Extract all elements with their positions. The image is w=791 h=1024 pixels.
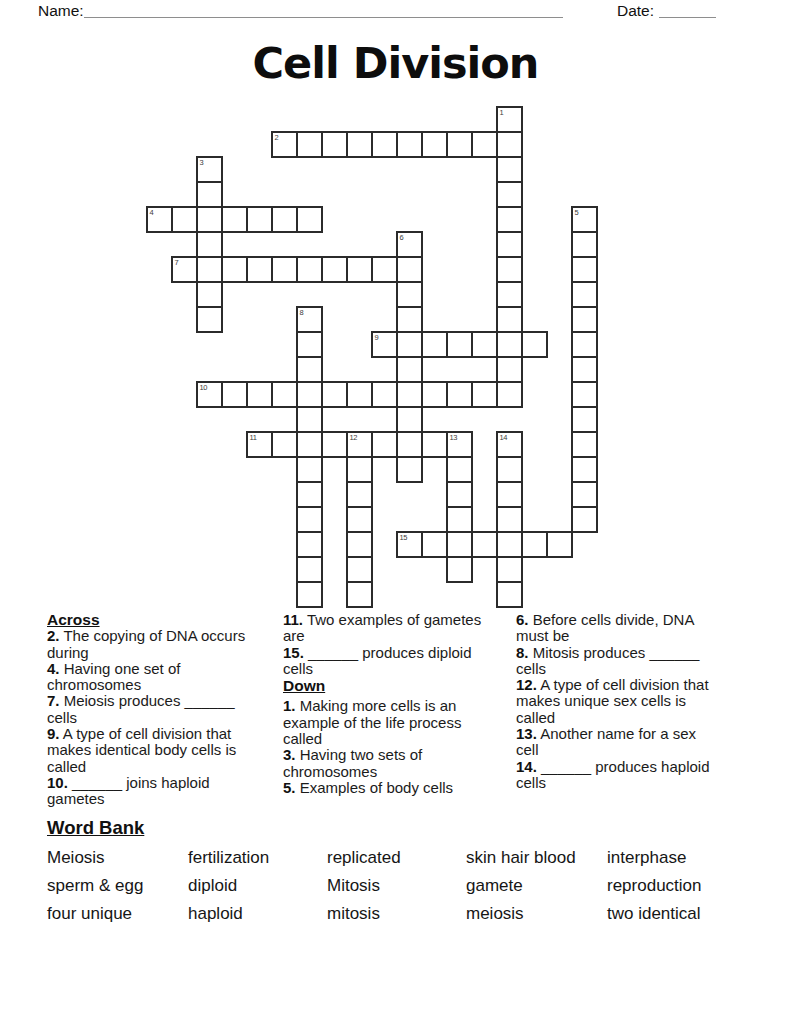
grid-cell[interactable] xyxy=(171,206,198,233)
grid-cell[interactable] xyxy=(446,481,473,508)
grid-cell[interactable] xyxy=(496,356,523,383)
grid-cell[interactable] xyxy=(521,531,548,558)
grid-cell[interactable] xyxy=(296,331,323,358)
grid-cell[interactable] xyxy=(571,231,598,258)
grid-cell[interactable] xyxy=(471,331,498,358)
grid-cell[interactable] xyxy=(571,481,598,508)
grid-cell[interactable] xyxy=(571,506,598,533)
grid-cell[interactable] xyxy=(321,431,348,458)
grid-cell[interactable] xyxy=(571,406,598,433)
grid-cell[interactable] xyxy=(546,531,573,558)
grid-cell[interactable]: 4 xyxy=(146,206,173,233)
cell-number: 12 xyxy=(350,433,358,442)
crossword-grid: 123456789101112131415 xyxy=(146,106,599,609)
grid-cell[interactable] xyxy=(296,381,323,408)
word-bank-item: skin hair blood xyxy=(466,844,607,872)
grid-cell[interactable]: 15 xyxy=(396,531,423,558)
grid-cell[interactable] xyxy=(371,381,398,408)
grid-cell[interactable] xyxy=(496,281,523,308)
grid-cell[interactable] xyxy=(571,306,598,333)
grid-cell[interactable] xyxy=(571,256,598,283)
name-line[interactable] xyxy=(84,17,563,18)
grid-cell[interactable] xyxy=(271,206,298,233)
grid-cell[interactable] xyxy=(496,381,523,408)
worksheet-page: Name: Date: Cell Division 12345678910111… xyxy=(0,0,791,1024)
grid-cell[interactable]: 13 xyxy=(446,431,473,458)
grid-cell[interactable] xyxy=(296,531,323,558)
clue-item: 14. ______ produces haploid cells xyxy=(516,759,720,792)
grid-cell[interactable] xyxy=(296,406,323,433)
grid-cell[interactable]: 8 xyxy=(296,306,323,333)
grid-cell[interactable] xyxy=(346,481,373,508)
cell-number: 6 xyxy=(400,233,404,242)
grid-cell[interactable] xyxy=(346,556,373,583)
grid-cell[interactable]: 1 xyxy=(496,106,523,133)
grid-cell[interactable]: 10 xyxy=(196,381,223,408)
clue-item: 11. Two examples of gametes are xyxy=(283,612,491,645)
word-bank-item: two identical xyxy=(607,900,757,928)
grid-cell[interactable] xyxy=(421,381,448,408)
grid-cell[interactable] xyxy=(371,131,398,158)
across-heading: Across xyxy=(47,612,257,628)
grid-cell[interactable] xyxy=(396,131,423,158)
grid-cell[interactable] xyxy=(521,331,548,358)
cell-number: 3 xyxy=(200,158,204,167)
grid-cell[interactable] xyxy=(496,456,523,483)
clue-item: 1. Making more cells is an example of th… xyxy=(283,698,491,747)
grid-cell[interactable] xyxy=(446,556,473,583)
cell-number: 15 xyxy=(400,533,408,542)
cell-number: 2 xyxy=(275,133,279,142)
word-bank-item: Meiosis xyxy=(47,844,188,872)
grid-cell[interactable] xyxy=(446,131,473,158)
grid-cell[interactable] xyxy=(271,256,298,283)
grid-cell[interactable] xyxy=(296,581,323,608)
cell-number: 7 xyxy=(175,258,179,267)
grid-cell[interactable] xyxy=(371,256,398,283)
grid-cell[interactable] xyxy=(571,431,598,458)
grid-cell[interactable] xyxy=(446,506,473,533)
word-bank-item: gamete xyxy=(466,872,607,900)
grid-cell[interactable] xyxy=(396,431,423,458)
grid-cell[interactable] xyxy=(296,206,323,233)
grid-cell[interactable] xyxy=(421,331,448,358)
grid-cell[interactable] xyxy=(221,381,248,408)
date-label: Date: xyxy=(617,2,654,20)
cell-number: 13 xyxy=(450,433,458,442)
clue-item: 4. Having one set of chromosomes xyxy=(47,661,257,694)
grid-cell[interactable] xyxy=(571,281,598,308)
clue-item: 10. ______ joins haploid gametes xyxy=(47,775,257,808)
grid-cell[interactable] xyxy=(221,256,248,283)
word-bank-item: sperm & egg xyxy=(47,872,188,900)
word-bank-heading: Word Bank xyxy=(47,817,144,839)
grid-cell[interactable] xyxy=(346,506,373,533)
grid-cell[interactable] xyxy=(496,156,523,183)
grid-cell[interactable] xyxy=(571,356,598,383)
clue-item: 15. ______ produces diploid cells xyxy=(283,645,491,678)
cell-number: 4 xyxy=(150,208,154,217)
grid-cell[interactable] xyxy=(196,231,223,258)
grid-cell[interactable] xyxy=(496,206,523,233)
grid-cell[interactable] xyxy=(396,256,423,283)
word-bank-item: interphase xyxy=(607,844,757,872)
grid-cell[interactable] xyxy=(396,356,423,383)
cell-number: 9 xyxy=(375,333,379,342)
grid-cell[interactable] xyxy=(346,581,373,608)
cell-number: 10 xyxy=(200,383,208,392)
grid-cell[interactable]: 9 xyxy=(371,331,398,358)
grid-cell[interactable] xyxy=(296,131,323,158)
clue-item: 3. Having two sets of chromosomes xyxy=(283,747,491,780)
word-bank-item: mitosis xyxy=(327,900,466,928)
name-label: Name: xyxy=(38,2,84,20)
grid-cell[interactable]: 12 xyxy=(346,431,373,458)
grid-cell[interactable] xyxy=(296,556,323,583)
word-bank-list: Meiosisfertilizationreplicatedskin hair … xyxy=(47,844,757,928)
clue-column-across: Across2. The copying of DNA occurs durin… xyxy=(47,612,257,808)
word-bank-item: four unique xyxy=(47,900,188,928)
grid-cell[interactable]: 3 xyxy=(196,156,223,183)
cell-number: 8 xyxy=(300,308,304,317)
grid-cell[interactable] xyxy=(246,381,273,408)
grid-cell[interactable] xyxy=(496,181,523,208)
grid-cell[interactable] xyxy=(496,531,523,558)
grid-cell[interactable] xyxy=(471,381,498,408)
grid-cell[interactable] xyxy=(321,256,348,283)
grid-cell[interactable]: 14 xyxy=(496,431,523,458)
grid-cell[interactable] xyxy=(571,456,598,483)
grid-cell[interactable] xyxy=(446,381,473,408)
grid-cell[interactable] xyxy=(571,331,598,358)
clue-item: 12. A type of cell division that makes u… xyxy=(516,677,720,726)
clue-column-middle: 11. Two examples of gametes are15. _____… xyxy=(283,612,491,796)
clue-item: 6. Before cells divide, DNA must be xyxy=(516,612,720,645)
grid-cell[interactable]: 5 xyxy=(571,206,598,233)
page-title: Cell Division xyxy=(0,38,791,88)
grid-cell[interactable] xyxy=(396,456,423,483)
grid-cell[interactable] xyxy=(246,256,273,283)
grid-cell[interactable] xyxy=(271,431,298,458)
word-bank-item: Mitosis xyxy=(327,872,466,900)
grid-cell[interactable] xyxy=(196,256,223,283)
cell-number: 1 xyxy=(500,108,504,117)
word-bank-item: diploid xyxy=(188,872,327,900)
grid-cell[interactable] xyxy=(396,406,423,433)
grid-cell[interactable] xyxy=(296,431,323,458)
grid-cell[interactable] xyxy=(296,256,323,283)
grid-cell[interactable] xyxy=(396,306,423,333)
grid-cell[interactable] xyxy=(196,206,223,233)
grid-cell[interactable] xyxy=(421,431,448,458)
grid-cell[interactable]: 7 xyxy=(171,256,198,283)
grid-cell[interactable] xyxy=(471,131,498,158)
cell-number: 11 xyxy=(250,433,257,442)
word-bank-item: replicated xyxy=(327,844,466,872)
grid-cell[interactable] xyxy=(446,331,473,358)
word-bank-item: reproduction xyxy=(607,872,757,900)
grid-cell[interactable] xyxy=(346,131,373,158)
grid-cell[interactable] xyxy=(421,531,448,558)
grid-cell[interactable] xyxy=(346,531,373,558)
grid-cell[interactable] xyxy=(221,206,248,233)
grid-cell[interactable] xyxy=(471,531,498,558)
grid-cell[interactable] xyxy=(346,381,373,408)
grid-cell[interactable] xyxy=(346,456,373,483)
word-bank-item: meiosis xyxy=(466,900,607,928)
grid-cell[interactable]: 6 xyxy=(396,231,423,258)
grid-cell[interactable] xyxy=(496,256,523,283)
grid-cell[interactable] xyxy=(196,281,223,308)
grid-cell[interactable] xyxy=(571,381,598,408)
grid-cell[interactable] xyxy=(246,206,273,233)
word-bank-item: fertilization xyxy=(188,844,327,872)
grid-cell[interactable] xyxy=(496,231,523,258)
date-line[interactable] xyxy=(659,17,716,18)
grid-cell[interactable] xyxy=(496,506,523,533)
grid-cell[interactable] xyxy=(446,456,473,483)
grid-cell[interactable] xyxy=(421,131,448,158)
clue-item: 7. Meiosis produces ______ cells xyxy=(47,693,257,726)
grid-cell[interactable] xyxy=(296,506,323,533)
grid-cell[interactable] xyxy=(496,556,523,583)
grid-cell[interactable] xyxy=(296,356,323,383)
grid-cell[interactable] xyxy=(396,331,423,358)
down-heading: Down xyxy=(283,678,491,694)
clue-item: 2. The copying of DNA occurs during xyxy=(47,628,257,661)
grid-cell[interactable] xyxy=(496,331,523,358)
grid-cell[interactable] xyxy=(396,281,423,308)
grid-cell[interactable] xyxy=(271,381,298,408)
grid-cell[interactable] xyxy=(321,131,348,158)
clue-item: 13. Another name for a sex cell xyxy=(516,726,720,759)
word-bank-item: haploid xyxy=(188,900,327,928)
grid-cell[interactable] xyxy=(496,481,523,508)
cell-number: 14 xyxy=(500,433,508,442)
grid-cell[interactable]: 2 xyxy=(271,131,298,158)
grid-cell[interactable] xyxy=(321,381,348,408)
grid-cell[interactable] xyxy=(296,456,323,483)
grid-cell[interactable] xyxy=(496,581,523,608)
grid-cell[interactable] xyxy=(296,481,323,508)
grid-cell[interactable] xyxy=(196,181,223,208)
clue-item: 5. Examples of body cells xyxy=(283,780,491,796)
grid-cell[interactable] xyxy=(371,431,398,458)
grid-cell[interactable] xyxy=(446,531,473,558)
grid-cell[interactable] xyxy=(346,256,373,283)
grid-cell[interactable] xyxy=(496,131,523,158)
cell-number: 5 xyxy=(575,208,579,217)
clue-item: 9. A type of cell division that makes id… xyxy=(47,726,257,775)
grid-cell[interactable] xyxy=(196,306,223,333)
clue-item: 8. Mitosis produces ______ cells xyxy=(516,645,720,678)
grid-cell[interactable] xyxy=(396,381,423,408)
grid-cell[interactable] xyxy=(496,306,523,333)
clue-column-down: 6. Before cells divide, DNA must be8. Mi… xyxy=(516,612,720,791)
grid-cell[interactable]: 11 xyxy=(246,431,273,458)
